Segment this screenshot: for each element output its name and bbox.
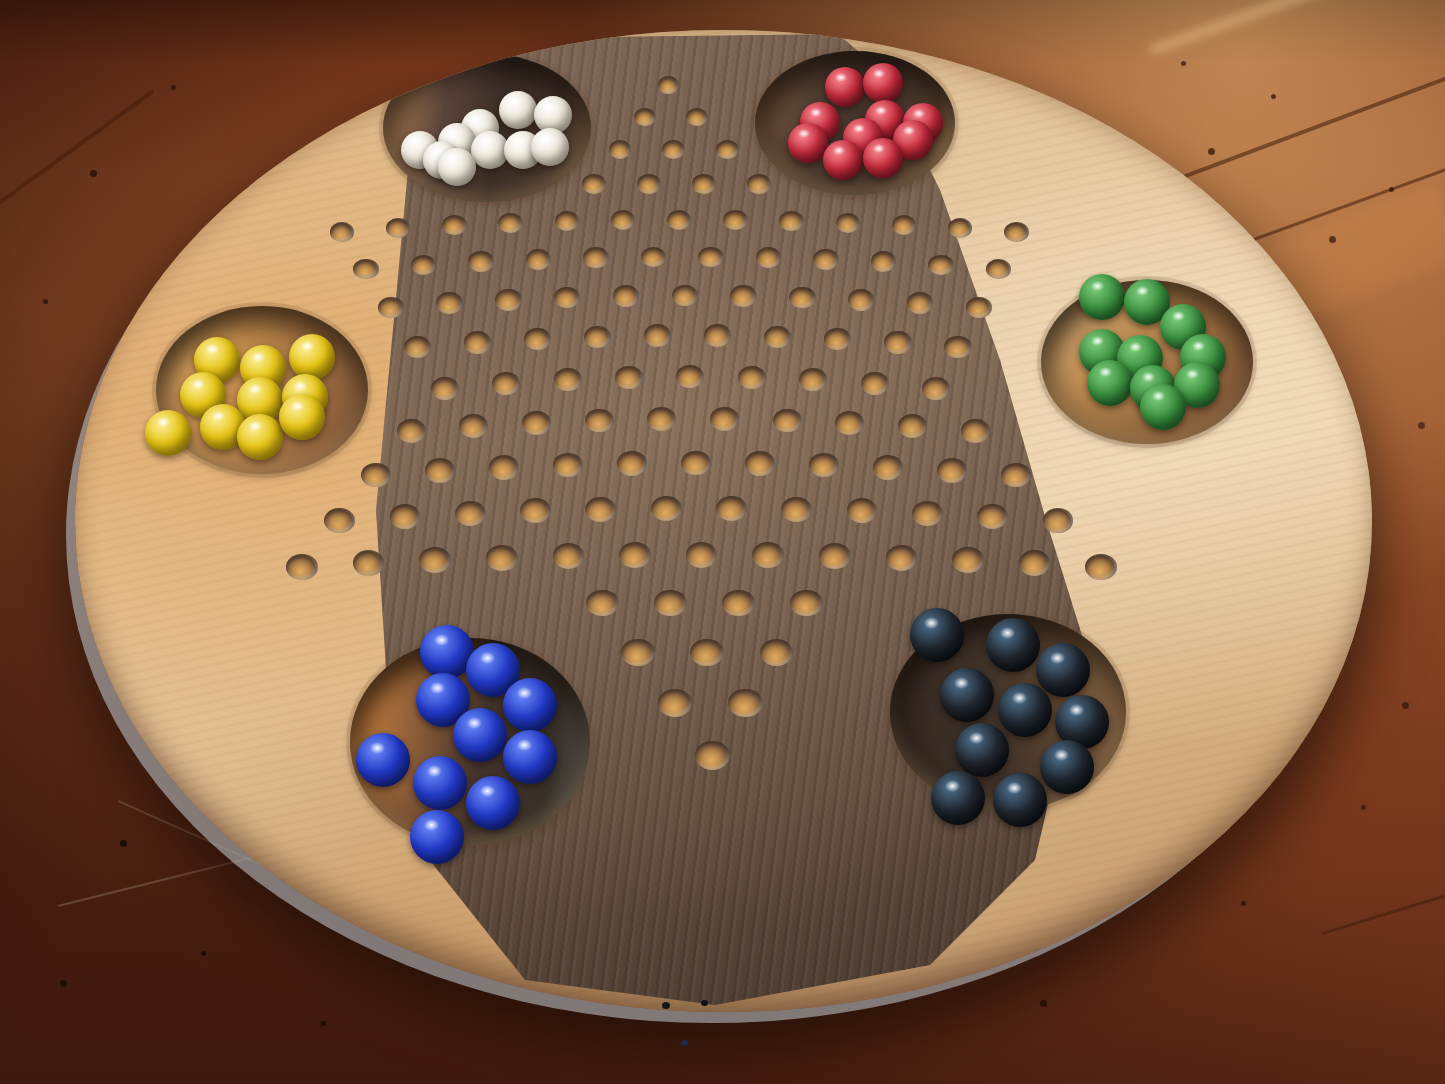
board-hole[interactable] [498,213,523,233]
board-hole[interactable] [861,372,889,395]
marble-blue[interactable] [466,776,520,830]
board-hole[interactable] [330,222,355,242]
table-plank-seam [0,89,155,210]
board-hole[interactable] [907,292,933,314]
board-hole[interactable] [651,496,682,521]
marble-white[interactable] [499,91,537,129]
board-hole[interactable] [436,292,462,314]
board-hole[interactable] [495,289,521,311]
board-hole[interactable] [760,639,794,667]
board-hole[interactable] [492,372,520,395]
board-hole[interactable] [662,140,685,159]
stray-speck [701,1000,708,1006]
board-hole[interactable] [553,453,583,478]
board-hole[interactable] [681,451,711,476]
board-hole[interactable] [692,174,716,193]
board-hole[interactable] [686,108,708,126]
board-hole[interactable] [585,497,616,522]
board-hole[interactable] [390,504,421,529]
board-hole[interactable] [524,328,551,350]
marble-red[interactable] [788,123,828,163]
board-hole[interactable] [937,458,967,483]
marble-white[interactable] [438,148,476,186]
board-hole[interactable] [704,324,731,346]
board-hole[interactable] [716,140,739,159]
board-hole[interactable] [654,590,687,617]
marble-blue[interactable] [356,733,410,787]
board-hole[interactable] [442,215,467,235]
board-hole[interactable] [912,501,943,526]
board-hole[interactable] [634,108,656,126]
board-hole[interactable] [886,545,918,571]
marble-black[interactable] [986,618,1040,672]
board-hole[interactable] [986,259,1012,280]
board-hole[interactable] [730,285,756,307]
board-hole[interactable] [686,542,718,568]
marble-blue[interactable] [453,708,507,762]
board-hole[interactable] [489,455,519,480]
board-hole[interactable] [522,411,551,435]
walnut-center-panel [75,30,1372,1012]
board-hole[interactable] [773,409,802,433]
board-hole[interactable] [361,463,391,488]
board-hole[interactable] [586,590,619,617]
marble-blue[interactable] [503,678,557,732]
board-hole[interactable] [738,366,766,389]
board-hole[interactable] [722,590,755,617]
marble-black[interactable] [910,608,964,662]
table-surface [0,0,1445,1084]
table-plank-seam [1322,885,1445,935]
board-hole[interactable] [690,639,724,667]
marble-blue[interactable] [413,756,467,810]
board-hole[interactable] [526,249,552,270]
marble-green[interactable] [1079,274,1125,320]
marble-yellow[interactable] [145,410,191,456]
board-hole[interactable] [698,247,724,268]
board-hole[interactable] [658,689,693,717]
board-hole[interactable] [873,455,903,480]
board-hole[interactable] [928,255,954,276]
board-hole[interactable] [554,368,582,391]
marble-white[interactable] [531,128,569,166]
board-hole[interactable] [353,259,379,280]
board-hole[interactable] [486,545,518,571]
board-hole[interactable] [922,377,950,400]
marble-black[interactable] [955,723,1009,777]
board-hole[interactable] [582,174,606,193]
marble-yellow[interactable] [289,334,335,380]
board-hole[interactable] [723,210,748,230]
marble-blue[interactable] [503,730,557,784]
board-hole[interactable] [324,508,355,533]
marble-blue[interactable] [410,810,464,864]
board-hole[interactable] [779,211,804,231]
marble-yellow[interactable] [237,414,283,460]
board-hole[interactable] [789,287,815,309]
board-hole[interactable] [583,247,609,268]
board-hole[interactable] [1004,222,1029,242]
board-hole[interactable] [455,501,486,526]
board-hole[interactable] [644,324,671,346]
marble-red[interactable] [863,138,903,178]
board-hole[interactable] [613,285,639,307]
board-hole[interactable] [952,547,984,573]
board-hole[interactable] [1043,508,1074,533]
board-hole[interactable] [464,331,491,353]
board-hole[interactable] [764,326,791,348]
board-hole[interactable] [961,419,990,443]
board-hole[interactable] [695,741,730,770]
board-hole[interactable] [835,411,864,435]
marble-green[interactable] [1140,384,1186,430]
board-hole[interactable] [781,497,812,522]
board-hole[interactable] [617,451,647,476]
board-hole[interactable] [1085,554,1117,580]
board-hole[interactable] [621,639,655,667]
board-hole[interactable] [790,590,823,617]
table-plank-seam [1147,73,1445,192]
stray-speck [681,1040,688,1046]
board-hole[interactable] [728,689,763,717]
marble-red[interactable] [863,63,903,103]
board-hole[interactable] [637,174,661,193]
marble-black[interactable] [940,668,994,722]
marble-black[interactable] [993,773,1047,827]
board-hole[interactable] [431,377,459,400]
board-hole[interactable] [353,550,385,576]
board-hole[interactable] [585,409,614,433]
board-hole[interactable] [286,554,318,580]
board-hole[interactable] [716,496,747,521]
board-hole[interactable] [1001,463,1031,488]
board-hole[interactable] [948,218,973,238]
board-hole[interactable] [836,213,861,233]
marble-black[interactable] [931,771,985,825]
board-hole[interactable] [809,453,839,478]
board-hole[interactable] [977,504,1008,529]
table-light-streak [1148,0,1445,56]
marble-black[interactable] [1036,643,1090,697]
board-hole[interactable] [747,174,771,193]
board-hole[interactable] [966,297,992,319]
board-hole[interactable] [619,542,651,568]
marble-red[interactable] [823,140,863,180]
marble-yellow[interactable] [279,394,325,440]
board-hole[interactable] [813,249,839,270]
marble-green[interactable] [1087,360,1133,406]
board-hole[interactable] [468,251,494,272]
board-hole[interactable] [672,285,698,307]
board-hole[interactable] [745,451,775,476]
table-speckles [0,0,3,3]
board-hole[interactable] [944,336,971,358]
board-hole[interactable] [848,289,874,311]
board-hole[interactable] [819,543,851,569]
game-board [75,30,1372,1012]
marble-red[interactable] [825,67,865,107]
board-hole[interactable] [584,326,611,348]
marble-black[interactable] [1040,740,1094,794]
stray-speck [662,1002,670,1009]
board-hole[interactable] [378,297,404,319]
board-hole[interactable] [615,366,643,389]
board-hole[interactable] [884,331,911,353]
board-hole[interactable] [658,76,679,93]
board-hole[interactable] [397,419,426,443]
board-hole[interactable] [425,458,455,483]
marble-black[interactable] [998,683,1052,737]
